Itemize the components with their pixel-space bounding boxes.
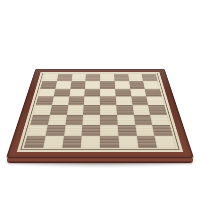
square-h6 bbox=[145, 89, 162, 97]
square-b7 bbox=[55, 81, 71, 88]
square-f3 bbox=[117, 115, 135, 125]
square-g6 bbox=[130, 89, 147, 97]
board-field bbox=[24, 74, 176, 148]
square-e3 bbox=[100, 115, 117, 125]
chess-board bbox=[6, 69, 194, 158]
square-b5 bbox=[52, 97, 69, 106]
square-b4 bbox=[50, 105, 68, 114]
square-h3 bbox=[150, 115, 170, 125]
square-b6 bbox=[54, 89, 71, 97]
square-d2 bbox=[82, 125, 100, 136]
square-h1 bbox=[155, 136, 177, 148]
square-f1 bbox=[118, 136, 138, 148]
square-g3 bbox=[133, 115, 152, 125]
square-c1 bbox=[62, 136, 82, 148]
product-photo-background bbox=[0, 0, 200, 200]
square-h4 bbox=[148, 105, 167, 114]
square-f6 bbox=[115, 89, 131, 97]
square-d7 bbox=[85, 81, 100, 88]
square-d3 bbox=[83, 115, 100, 125]
square-f2 bbox=[117, 125, 136, 136]
square-h2 bbox=[152, 125, 173, 136]
square-e6 bbox=[100, 89, 115, 97]
square-g2 bbox=[135, 125, 155, 136]
square-e5 bbox=[100, 97, 116, 106]
square-g4 bbox=[132, 105, 150, 114]
square-c5 bbox=[68, 97, 85, 106]
square-c3 bbox=[65, 115, 83, 125]
square-d1 bbox=[81, 136, 100, 148]
square-g8 bbox=[128, 74, 143, 81]
square-h8 bbox=[142, 74, 158, 81]
square-b2 bbox=[45, 125, 65, 136]
square-b1 bbox=[43, 136, 64, 148]
square-d6 bbox=[85, 89, 100, 97]
square-c2 bbox=[64, 125, 83, 136]
square-b8 bbox=[57, 74, 72, 81]
square-d5 bbox=[84, 97, 100, 106]
square-h5 bbox=[146, 97, 164, 106]
square-c7 bbox=[70, 81, 85, 88]
square-e7 bbox=[100, 81, 115, 88]
square-b3 bbox=[48, 115, 67, 125]
square-c4 bbox=[67, 105, 84, 114]
square-f5 bbox=[115, 97, 132, 106]
square-f8 bbox=[114, 74, 129, 81]
square-f4 bbox=[116, 105, 133, 114]
square-e8 bbox=[100, 74, 114, 81]
square-f7 bbox=[114, 81, 129, 88]
square-e4 bbox=[100, 105, 117, 114]
square-d8 bbox=[86, 74, 100, 81]
square-e2 bbox=[100, 125, 118, 136]
square-d4 bbox=[83, 105, 100, 114]
square-e1 bbox=[100, 136, 119, 148]
square-g7 bbox=[129, 81, 145, 88]
square-c6 bbox=[69, 89, 85, 97]
square-c8 bbox=[71, 74, 86, 81]
square-h7 bbox=[143, 81, 159, 88]
square-g5 bbox=[131, 97, 148, 106]
